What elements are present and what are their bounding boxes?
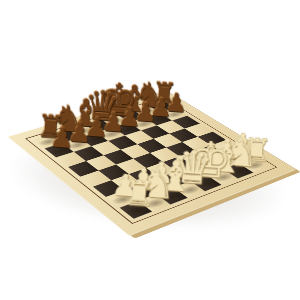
piece-black-pawn: ♟: [49, 123, 75, 152]
piece-white-rook: ♜: [123, 176, 156, 213]
product-photo: ♜♞♝♛♚♝♞♜♟♟♟♟♟♟♟♟♟♟♟♟♟♟♟♟♜♞♝♛♚♝♞♜: [0, 0, 300, 300]
